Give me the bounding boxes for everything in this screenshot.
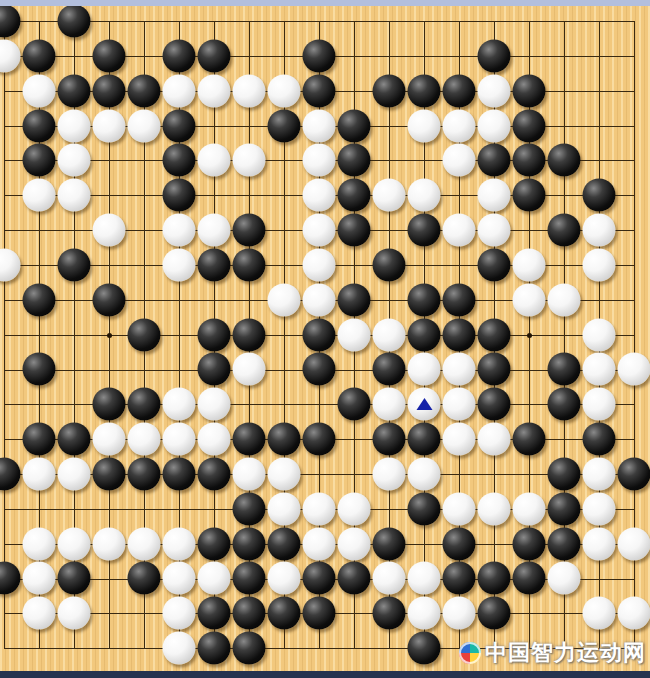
intersection-c3-r3[interactable] (57, 73, 92, 108)
intersection-c3-r14[interactable] (57, 457, 92, 492)
intersection-c13-r3[interactable] (407, 73, 442, 108)
intersection-c10-r6[interactable] (302, 178, 337, 213)
intersection-c7-r11[interactable] (197, 352, 232, 387)
intersection-c5-r10[interactable] (127, 317, 162, 352)
intersection-c15-r12[interactable] (477, 387, 512, 422)
intersection-c12-r11[interactable] (372, 352, 407, 387)
intersection-c16-r1[interactable] (512, 4, 547, 39)
intersection-c9-r3[interactable] (267, 73, 302, 108)
intersection-c11-r14[interactable] (337, 457, 372, 492)
intersection-c10-r15[interactable] (302, 491, 337, 526)
intersection-c8-r5[interactable] (232, 143, 267, 178)
intersection-c12-r9[interactable] (372, 282, 407, 317)
intersection-c19-r4[interactable] (617, 108, 650, 143)
intersection-c4-r9[interactable] (92, 282, 127, 317)
intersection-c2-r6[interactable] (22, 178, 57, 213)
intersection-c18-r13[interactable] (582, 422, 617, 457)
intersection-c18-r14[interactable] (582, 457, 617, 492)
intersection-c7-r5[interactable] (197, 143, 232, 178)
intersection-c15-r18[interactable] (477, 596, 512, 631)
intersection-c8-r2[interactable] (232, 38, 267, 73)
intersection-c13-r2[interactable] (407, 38, 442, 73)
intersection-c17-r7[interactable] (547, 213, 582, 248)
intersection-c4-r8[interactable] (92, 247, 127, 282)
intersection-c8-r19[interactable] (232, 631, 267, 666)
intersection-c17-r3[interactable] (547, 73, 582, 108)
intersection-c3-r9[interactable] (57, 282, 92, 317)
intersection-c8-r1[interactable] (232, 4, 267, 39)
intersection-c7-r2[interactable] (197, 38, 232, 73)
intersection-c11-r3[interactable] (337, 73, 372, 108)
intersection-c16-r3[interactable] (512, 73, 547, 108)
intersection-c16-r6[interactable] (512, 178, 547, 213)
intersection-c16-r12[interactable] (512, 387, 547, 422)
intersection-c9-r16[interactable] (267, 526, 302, 561)
intersection-c5-r3[interactable] (127, 73, 162, 108)
intersection-c2-r3[interactable] (22, 73, 57, 108)
intersection-c5-r9[interactable] (127, 282, 162, 317)
intersection-c15-r8[interactable] (477, 247, 512, 282)
intersection-c4-r15[interactable] (92, 491, 127, 526)
intersection-c15-r4[interactable] (477, 108, 512, 143)
intersection-c7-r9[interactable] (197, 282, 232, 317)
intersection-c6-r4[interactable] (162, 108, 197, 143)
intersection-c3-r18[interactable] (57, 596, 92, 631)
intersection-c18-r15[interactable] (582, 491, 617, 526)
intersection-c17-r18[interactable] (547, 596, 582, 631)
intersection-c7-r1[interactable] (197, 4, 232, 39)
intersection-c2-r9[interactable] (22, 282, 57, 317)
intersection-c19-r13[interactable] (617, 422, 650, 457)
intersection-c9-r13[interactable] (267, 422, 302, 457)
intersection-c5-r14[interactable] (127, 457, 162, 492)
intersection-c13-r7[interactable] (407, 213, 442, 248)
intersection-c3-r17[interactable] (57, 561, 92, 596)
intersection-c4-r1[interactable] (92, 4, 127, 39)
intersection-c5-r4[interactable] (127, 108, 162, 143)
intersection-c17-r1[interactable] (547, 4, 582, 39)
intersection-c12-r1[interactable] (372, 4, 407, 39)
intersection-c13-r17[interactable] (407, 561, 442, 596)
intersection-c14-r4[interactable] (442, 108, 477, 143)
intersection-c8-r16[interactable] (232, 526, 267, 561)
intersection-c4-r11[interactable] (92, 352, 127, 387)
intersection-c10-r9[interactable] (302, 282, 337, 317)
intersection-c18-r4[interactable] (582, 108, 617, 143)
intersection-c3-r12[interactable] (57, 387, 92, 422)
intersection-c11-r8[interactable] (337, 247, 372, 282)
intersection-c10-r10[interactable] (302, 317, 337, 352)
intersection-c18-r7[interactable] (582, 213, 617, 248)
intersection-c19-r11[interactable] (617, 352, 650, 387)
intersection-c18-r18[interactable] (582, 596, 617, 631)
intersection-c16-r17[interactable] (512, 561, 547, 596)
intersection-c4-r17[interactable] (92, 561, 127, 596)
intersection-c3-r16[interactable] (57, 526, 92, 561)
intersection-c18-r10[interactable] (582, 317, 617, 352)
intersection-c1-r1[interactable] (0, 4, 22, 39)
intersection-c2-r7[interactable] (22, 213, 57, 248)
intersection-c8-r3[interactable] (232, 73, 267, 108)
intersection-c6-r12[interactable] (162, 387, 197, 422)
intersection-c6-r6[interactable] (162, 178, 197, 213)
intersection-c15-r14[interactable] (477, 457, 512, 492)
intersection-c10-r12[interactable] (302, 387, 337, 422)
intersection-c3-r5[interactable] (57, 143, 92, 178)
intersection-c2-r13[interactable] (22, 422, 57, 457)
intersection-c4-r2[interactable] (92, 38, 127, 73)
intersection-c12-r10[interactable] (372, 317, 407, 352)
intersection-c2-r10[interactable] (22, 317, 57, 352)
intersection-c15-r16[interactable] (477, 526, 512, 561)
intersection-c1-r2[interactable] (0, 38, 22, 73)
intersection-c11-r18[interactable] (337, 596, 372, 631)
intersection-c17-r8[interactable] (547, 247, 582, 282)
intersection-c5-r18[interactable] (127, 596, 162, 631)
intersection-c13-r18[interactable] (407, 596, 442, 631)
intersection-c9-r9[interactable] (267, 282, 302, 317)
intersection-c17-r2[interactable] (547, 38, 582, 73)
intersection-c3-r1[interactable] (57, 4, 92, 39)
intersection-c19-r15[interactable] (617, 491, 650, 526)
intersection-c16-r15[interactable] (512, 491, 547, 526)
intersection-c16-r13[interactable] (512, 422, 547, 457)
intersection-c15-r13[interactable] (477, 422, 512, 457)
intersection-c14-r14[interactable] (442, 457, 477, 492)
intersection-c18-r12[interactable] (582, 387, 617, 422)
intersection-c8-r11[interactable] (232, 352, 267, 387)
intersection-c18-r3[interactable] (582, 73, 617, 108)
intersection-c10-r16[interactable] (302, 526, 337, 561)
intersection-c4-r16[interactable] (92, 526, 127, 561)
intersection-c13-r10[interactable] (407, 317, 442, 352)
intersection-c5-r13[interactable] (127, 422, 162, 457)
intersection-c5-r11[interactable] (127, 352, 162, 387)
intersection-c13-r16[interactable] (407, 526, 442, 561)
intersection-c12-r14[interactable] (372, 457, 407, 492)
intersection-c11-r11[interactable] (337, 352, 372, 387)
intersection-c1-r11[interactable] (0, 352, 22, 387)
intersection-c19-r7[interactable] (617, 213, 650, 248)
intersection-c7-r3[interactable] (197, 73, 232, 108)
intersection-c10-r5[interactable] (302, 143, 337, 178)
intersection-c7-r19[interactable] (197, 631, 232, 666)
intersection-c17-r6[interactable] (547, 178, 582, 213)
intersection-c12-r12[interactable] (372, 387, 407, 422)
intersection-c5-r16[interactable] (127, 526, 162, 561)
intersection-c1-r15[interactable] (0, 491, 22, 526)
intersection-c5-r1[interactable] (127, 4, 162, 39)
intersection-c13-r6[interactable] (407, 178, 442, 213)
intersection-c16-r11[interactable] (512, 352, 547, 387)
intersection-c2-r16[interactable] (22, 526, 57, 561)
intersection-c17-r9[interactable] (547, 282, 582, 317)
intersection-c3-r4[interactable] (57, 108, 92, 143)
intersection-c16-r5[interactable] (512, 143, 547, 178)
intersection-c17-r16[interactable] (547, 526, 582, 561)
intersection-c9-r2[interactable] (267, 38, 302, 73)
intersection-c14-r8[interactable] (442, 247, 477, 282)
intersection-c14-r2[interactable] (442, 38, 477, 73)
intersection-c11-r5[interactable] (337, 143, 372, 178)
intersection-c6-r17[interactable] (162, 561, 197, 596)
intersection-c10-r14[interactable] (302, 457, 337, 492)
intersection-c1-r17[interactable] (0, 561, 22, 596)
intersection-c19-r17[interactable] (617, 561, 650, 596)
intersection-c1-r4[interactable] (0, 108, 22, 143)
intersection-c12-r15[interactable] (372, 491, 407, 526)
intersection-c14-r12[interactable] (442, 387, 477, 422)
intersection-c18-r16[interactable] (582, 526, 617, 561)
intersection-c16-r7[interactable] (512, 213, 547, 248)
intersection-c2-r17[interactable] (22, 561, 57, 596)
intersection-c14-r1[interactable] (442, 4, 477, 39)
intersection-c1-r16[interactable] (0, 526, 22, 561)
intersection-c11-r2[interactable] (337, 38, 372, 73)
intersection-c1-r19[interactable] (0, 631, 22, 666)
intersection-c19-r1[interactable] (617, 4, 650, 39)
intersection-c11-r13[interactable] (337, 422, 372, 457)
intersection-c2-r14[interactable] (22, 457, 57, 492)
intersection-c10-r4[interactable] (302, 108, 337, 143)
intersection-c3-r15[interactable] (57, 491, 92, 526)
intersection-c19-r5[interactable] (617, 143, 650, 178)
intersection-c16-r18[interactable] (512, 596, 547, 631)
intersection-c6-r10[interactable] (162, 317, 197, 352)
intersection-c4-r4[interactable] (92, 108, 127, 143)
intersection-c2-r4[interactable] (22, 108, 57, 143)
intersection-c2-r19[interactable] (22, 631, 57, 666)
intersection-c12-r19[interactable] (372, 631, 407, 666)
intersection-c18-r8[interactable] (582, 247, 617, 282)
intersection-c15-r17[interactable] (477, 561, 512, 596)
intersection-c17-r11[interactable] (547, 352, 582, 387)
intersection-c3-r19[interactable] (57, 631, 92, 666)
intersection-c13-r8[interactable] (407, 247, 442, 282)
intersection-c11-r1[interactable] (337, 4, 372, 39)
intersection-c5-r12[interactable] (127, 387, 162, 422)
intersection-c7-r18[interactable] (197, 596, 232, 631)
intersection-c13-r19[interactable] (407, 631, 442, 666)
intersection-c1-r9[interactable] (0, 282, 22, 317)
intersection-c10-r7[interactable] (302, 213, 337, 248)
intersection-c18-r9[interactable] (582, 282, 617, 317)
intersection-c8-r9[interactable] (232, 282, 267, 317)
intersection-c6-r15[interactable] (162, 491, 197, 526)
intersection-c1-r13[interactable] (0, 422, 22, 457)
intersection-c15-r11[interactable] (477, 352, 512, 387)
intersection-c15-r6[interactable] (477, 178, 512, 213)
intersection-c1-r12[interactable] (0, 387, 22, 422)
intersection-c15-r2[interactable] (477, 38, 512, 73)
intersection-c7-r13[interactable] (197, 422, 232, 457)
intersection-c8-r8[interactable] (232, 247, 267, 282)
intersection-c6-r19[interactable] (162, 631, 197, 666)
intersection-c3-r8[interactable] (57, 247, 92, 282)
intersection-c6-r3[interactable] (162, 73, 197, 108)
intersection-c17-r12[interactable] (547, 387, 582, 422)
intersection-c7-r8[interactable] (197, 247, 232, 282)
intersection-c8-r4[interactable] (232, 108, 267, 143)
intersection-c10-r18[interactable] (302, 596, 337, 631)
intersection-c3-r10[interactable] (57, 317, 92, 352)
intersection-c12-r3[interactable] (372, 73, 407, 108)
intersection-c2-r1[interactable] (22, 4, 57, 39)
intersection-c7-r16[interactable] (197, 526, 232, 561)
intersection-c1-r18[interactable] (0, 596, 22, 631)
intersection-c14-r15[interactable] (442, 491, 477, 526)
intersection-c1-r10[interactable] (0, 317, 22, 352)
intersection-c12-r5[interactable] (372, 143, 407, 178)
intersection-c12-r2[interactable] (372, 38, 407, 73)
intersection-c15-r15[interactable] (477, 491, 512, 526)
intersection-c11-r10[interactable] (337, 317, 372, 352)
intersection-c9-r19[interactable] (267, 631, 302, 666)
intersection-c17-r17[interactable] (547, 561, 582, 596)
intersection-c10-r1[interactable] (302, 4, 337, 39)
intersection-c18-r6[interactable] (582, 178, 617, 213)
intersection-c13-r11[interactable] (407, 352, 442, 387)
intersection-c15-r9[interactable] (477, 282, 512, 317)
intersection-c9-r4[interactable] (267, 108, 302, 143)
intersection-c5-r19[interactable] (127, 631, 162, 666)
intersection-c16-r16[interactable] (512, 526, 547, 561)
intersection-c4-r13[interactable] (92, 422, 127, 457)
intersection-c17-r5[interactable] (547, 143, 582, 178)
intersection-c4-r19[interactable] (92, 631, 127, 666)
intersection-c9-r17[interactable] (267, 561, 302, 596)
intersection-c4-r3[interactable] (92, 73, 127, 108)
intersection-c4-r12[interactable] (92, 387, 127, 422)
intersection-c8-r10[interactable] (232, 317, 267, 352)
intersection-c19-r12[interactable] (617, 387, 650, 422)
intersection-c17-r15[interactable] (547, 491, 582, 526)
intersection-c19-r14[interactable] (617, 457, 650, 492)
intersection-c9-r6[interactable] (267, 178, 302, 213)
intersection-c19-r6[interactable] (617, 178, 650, 213)
intersection-c18-r2[interactable] (582, 38, 617, 73)
intersection-c9-r18[interactable] (267, 596, 302, 631)
intersection-c9-r15[interactable] (267, 491, 302, 526)
intersection-c13-r15[interactable] (407, 491, 442, 526)
intersection-c15-r3[interactable] (477, 73, 512, 108)
intersection-c10-r3[interactable] (302, 73, 337, 108)
intersection-c18-r17[interactable] (582, 561, 617, 596)
intersection-c18-r5[interactable] (582, 143, 617, 178)
intersection-c1-r5[interactable] (0, 143, 22, 178)
intersection-c14-r5[interactable] (442, 143, 477, 178)
intersection-c10-r11[interactable] (302, 352, 337, 387)
intersection-c10-r19[interactable] (302, 631, 337, 666)
intersection-c11-r12[interactable] (337, 387, 372, 422)
intersection-c5-r8[interactable] (127, 247, 162, 282)
intersection-c19-r9[interactable] (617, 282, 650, 317)
intersection-c13-r14[interactable] (407, 457, 442, 492)
intersection-c1-r7[interactable] (0, 213, 22, 248)
intersection-c17-r10[interactable] (547, 317, 582, 352)
intersection-c8-r15[interactable] (232, 491, 267, 526)
intersection-c15-r10[interactable] (477, 317, 512, 352)
intersection-c7-r14[interactable] (197, 457, 232, 492)
intersection-c16-r4[interactable] (512, 108, 547, 143)
intersection-c10-r2[interactable] (302, 38, 337, 73)
intersection-c1-r14[interactable] (0, 457, 22, 492)
intersection-c6-r2[interactable] (162, 38, 197, 73)
intersection-c3-r2[interactable] (57, 38, 92, 73)
intersection-c12-r4[interactable] (372, 108, 407, 143)
intersection-c4-r7[interactable] (92, 213, 127, 248)
intersection-c7-r6[interactable] (197, 178, 232, 213)
intersection-c5-r2[interactable] (127, 38, 162, 73)
intersection-c2-r12[interactable] (22, 387, 57, 422)
intersection-c7-r10[interactable] (197, 317, 232, 352)
intersection-c11-r17[interactable] (337, 561, 372, 596)
intersection-c7-r4[interactable] (197, 108, 232, 143)
intersection-c4-r10[interactable] (92, 317, 127, 352)
intersection-c6-r1[interactable] (162, 4, 197, 39)
intersection-c2-r11[interactable] (22, 352, 57, 387)
intersection-c9-r11[interactable] (267, 352, 302, 387)
intersection-c6-r7[interactable] (162, 213, 197, 248)
intersection-c6-r14[interactable] (162, 457, 197, 492)
intersection-c14-r13[interactable] (442, 422, 477, 457)
intersection-c8-r12[interactable] (232, 387, 267, 422)
intersection-c6-r9[interactable] (162, 282, 197, 317)
intersection-c9-r1[interactable] (267, 4, 302, 39)
intersection-c12-r7[interactable] (372, 213, 407, 248)
intersection-c19-r18[interactable] (617, 596, 650, 631)
intersection-c19-r10[interactable] (617, 317, 650, 352)
intersection-c16-r10[interactable] (512, 317, 547, 352)
intersection-c5-r5[interactable] (127, 143, 162, 178)
intersection-c6-r16[interactable] (162, 526, 197, 561)
intersection-c7-r12[interactable] (197, 387, 232, 422)
intersection-c1-r3[interactable] (0, 73, 22, 108)
intersection-c5-r17[interactable] (127, 561, 162, 596)
intersection-c17-r13[interactable] (547, 422, 582, 457)
intersection-c2-r2[interactable] (22, 38, 57, 73)
intersection-c10-r13[interactable] (302, 422, 337, 457)
intersection-c9-r8[interactable] (267, 247, 302, 282)
intersection-c12-r6[interactable] (372, 178, 407, 213)
intersection-c9-r5[interactable] (267, 143, 302, 178)
intersection-c14-r7[interactable] (442, 213, 477, 248)
intersection-c15-r1[interactable] (477, 4, 512, 39)
intersection-c11-r7[interactable] (337, 213, 372, 248)
intersection-c9-r12[interactable] (267, 387, 302, 422)
intersection-c10-r8[interactable] (302, 247, 337, 282)
intersection-c15-r7[interactable] (477, 213, 512, 248)
intersection-c16-r14[interactable] (512, 457, 547, 492)
intersection-c8-r13[interactable] (232, 422, 267, 457)
intersection-c19-r8[interactable] (617, 247, 650, 282)
intersection-c14-r17[interactable] (442, 561, 477, 596)
intersection-c8-r7[interactable] (232, 213, 267, 248)
intersection-c10-r17[interactable] (302, 561, 337, 596)
intersection-c18-r1[interactable] (582, 4, 617, 39)
intersection-c11-r6[interactable] (337, 178, 372, 213)
intersection-c13-r9[interactable] (407, 282, 442, 317)
intersection-c3-r7[interactable] (57, 213, 92, 248)
intersection-c19-r16[interactable] (617, 526, 650, 561)
intersection-c18-r11[interactable] (582, 352, 617, 387)
intersection-c2-r18[interactable] (22, 596, 57, 631)
intersection-c6-r5[interactable] (162, 143, 197, 178)
intersection-c7-r17[interactable] (197, 561, 232, 596)
intersection-c11-r16[interactable] (337, 526, 372, 561)
intersection-c2-r5[interactable] (22, 143, 57, 178)
intersection-c4-r14[interactable] (92, 457, 127, 492)
